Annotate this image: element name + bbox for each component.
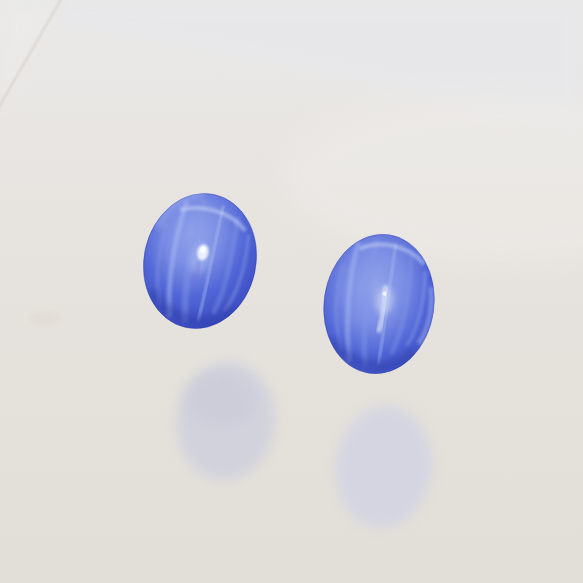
- product-photo: [0, 0, 583, 583]
- backdrop: [0, 0, 583, 583]
- photo-scene: [0, 0, 583, 583]
- surface-smudge: [29, 311, 61, 325]
